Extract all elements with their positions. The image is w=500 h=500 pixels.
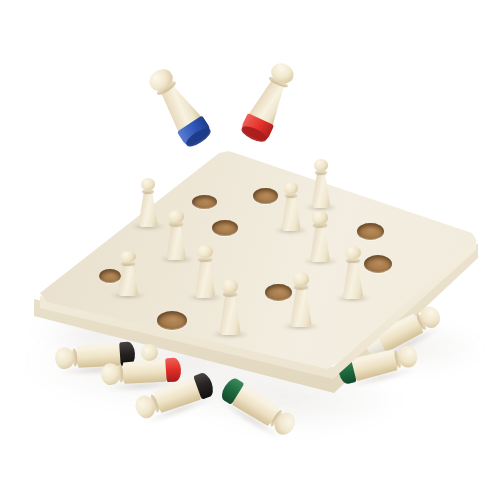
standing-peg <box>340 246 366 299</box>
peg-body <box>310 172 333 208</box>
floating-peg-blue-tip <box>141 62 214 149</box>
peg-hole <box>253 188 278 204</box>
peg-body <box>136 191 160 227</box>
peg-body <box>279 195 303 231</box>
peg-head <box>345 246 361 259</box>
standing-peg <box>310 159 333 208</box>
standing-peg <box>288 272 315 327</box>
peg-body <box>217 294 244 335</box>
peg-hole <box>212 220 238 236</box>
standing-peg <box>279 182 303 231</box>
peg-body <box>192 259 218 298</box>
peg-body <box>121 359 167 385</box>
standing-peg <box>136 178 160 227</box>
peg-head <box>222 279 239 293</box>
peg-body <box>308 225 333 262</box>
peg-head <box>293 272 310 286</box>
peg-hole <box>157 311 187 330</box>
standing-peg <box>308 211 333 262</box>
peg-head <box>120 251 136 262</box>
peg-hole <box>364 255 392 273</box>
lying-peg-red-tip <box>100 357 181 387</box>
standing-peg <box>115 251 141 296</box>
standing-peg <box>192 245 218 298</box>
memory-chess-product-photo <box>0 0 500 500</box>
peg-head <box>54 347 75 370</box>
floating-peg-red-tip <box>237 58 301 144</box>
peg-head <box>141 178 156 190</box>
peg-head <box>100 363 121 386</box>
peg-head <box>168 210 184 223</box>
peg-hole <box>357 223 384 240</box>
peg-body <box>115 263 141 296</box>
standing-peg <box>217 279 244 335</box>
standing-peg <box>164 210 189 260</box>
peg-head <box>284 182 299 194</box>
lying-peg-head-partial <box>141 344 158 361</box>
peg-hole <box>192 195 217 209</box>
peg-head <box>312 211 328 224</box>
peg-body <box>340 260 366 299</box>
peg-head <box>197 245 213 258</box>
peg-head <box>314 159 328 171</box>
peg-body <box>164 224 189 261</box>
peg-color-tip <box>165 357 182 382</box>
peg-body <box>288 287 315 327</box>
